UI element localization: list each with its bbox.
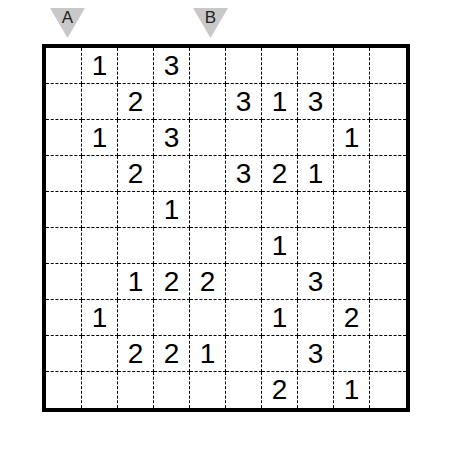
column-marker-a: A (50, 8, 85, 38)
cell-r4c7[interactable]: 2 (262, 156, 298, 192)
cell-r6c9[interactable] (334, 228, 370, 264)
cell-r2c4[interactable] (154, 84, 190, 120)
cell-r7c6[interactable] (226, 264, 262, 300)
cell-r9c6[interactable] (226, 336, 262, 372)
cell-r4c1[interactable] (46, 156, 82, 192)
cell-r10c8[interactable] (298, 372, 334, 408)
cell-r8c4[interactable] (154, 300, 190, 336)
cell-r5c4[interactable]: 1 (154, 192, 190, 228)
cell-r7c7[interactable] (262, 264, 298, 300)
cell-r5c1[interactable] (46, 192, 82, 228)
cell-r4c10[interactable] (370, 156, 406, 192)
cell-r9c3[interactable]: 2 (118, 336, 154, 372)
cell-r3c6[interactable] (226, 120, 262, 156)
cell-r4c5[interactable] (190, 156, 226, 192)
cell-r6c2[interactable] (82, 228, 118, 264)
cell-r10c1[interactable] (46, 372, 82, 408)
cell-r9c5[interactable]: 1 (190, 336, 226, 372)
cell-r6c5[interactable] (190, 228, 226, 264)
puzzle-grid: 1323131312321111223112221321 (42, 44, 410, 412)
cell-r2c10[interactable] (370, 84, 406, 120)
cell-r5c8[interactable] (298, 192, 334, 228)
cell-r10c2[interactable] (82, 372, 118, 408)
cell-r9c1[interactable] (46, 336, 82, 372)
cell-r6c7[interactable]: 1 (262, 228, 298, 264)
cell-r9c4[interactable]: 2 (154, 336, 190, 372)
cell-r6c1[interactable] (46, 228, 82, 264)
cell-r9c8[interactable]: 3 (298, 336, 334, 372)
cell-r1c2[interactable]: 1 (82, 48, 118, 84)
cell-r7c2[interactable] (82, 264, 118, 300)
cell-r1c3[interactable] (118, 48, 154, 84)
cell-r4c4[interactable] (154, 156, 190, 192)
cell-r10c10[interactable] (370, 372, 406, 408)
cell-r8c6[interactable] (226, 300, 262, 336)
cell-r6c6[interactable] (226, 228, 262, 264)
cell-r7c9[interactable] (334, 264, 370, 300)
cell-r3c4[interactable]: 3 (154, 120, 190, 156)
cell-r9c7[interactable] (262, 336, 298, 372)
cell-r3c8[interactable] (298, 120, 334, 156)
cell-r2c5[interactable] (190, 84, 226, 120)
puzzle-stage: A B 1323131312321111223112221321 (0, 0, 456, 452)
cell-r1c5[interactable] (190, 48, 226, 84)
cell-r1c6[interactable] (226, 48, 262, 84)
cell-r4c3[interactable]: 2 (118, 156, 154, 192)
cell-r6c4[interactable] (154, 228, 190, 264)
cell-r1c7[interactable] (262, 48, 298, 84)
cell-r2c7[interactable]: 1 (262, 84, 298, 120)
cell-r5c5[interactable] (190, 192, 226, 228)
cell-r7c8[interactable]: 3 (298, 264, 334, 300)
cell-r4c6[interactable]: 3 (226, 156, 262, 192)
cell-r2c3[interactable]: 2 (118, 84, 154, 120)
cell-r4c2[interactable] (82, 156, 118, 192)
cell-r8c5[interactable] (190, 300, 226, 336)
cell-r2c8[interactable]: 3 (298, 84, 334, 120)
cell-r2c2[interactable] (82, 84, 118, 120)
cell-r2c6[interactable]: 3 (226, 84, 262, 120)
cell-r10c7[interactable]: 2 (262, 372, 298, 408)
cell-r8c8[interactable] (298, 300, 334, 336)
cell-r10c9[interactable]: 1 (334, 372, 370, 408)
cell-r9c10[interactable] (370, 336, 406, 372)
cell-r10c5[interactable] (190, 372, 226, 408)
cell-r3c10[interactable] (370, 120, 406, 156)
cell-r7c3[interactable]: 1 (118, 264, 154, 300)
cell-r10c4[interactable] (154, 372, 190, 408)
cell-r1c9[interactable] (334, 48, 370, 84)
cell-r9c9[interactable] (334, 336, 370, 372)
cell-r6c3[interactable] (118, 228, 154, 264)
cell-r5c7[interactable] (262, 192, 298, 228)
cell-r8c3[interactable] (118, 300, 154, 336)
cell-r8c7[interactable]: 1 (262, 300, 298, 336)
cell-r5c3[interactable] (118, 192, 154, 228)
cell-r1c8[interactable] (298, 48, 334, 84)
cell-r5c2[interactable] (82, 192, 118, 228)
cell-r5c6[interactable] (226, 192, 262, 228)
cell-r7c5[interactable]: 2 (190, 264, 226, 300)
cell-r6c10[interactable] (370, 228, 406, 264)
marker-b-label: B (205, 8, 216, 28)
cell-r3c2[interactable]: 1 (82, 120, 118, 156)
column-marker-b: B (193, 8, 228, 38)
cell-r3c1[interactable] (46, 120, 82, 156)
cell-r4c8[interactable]: 1 (298, 156, 334, 192)
cell-r4c9[interactable] (334, 156, 370, 192)
cell-r2c9[interactable] (334, 84, 370, 120)
cell-r3c3[interactable] (118, 120, 154, 156)
cell-r1c1[interactable] (46, 48, 82, 84)
cell-r7c1[interactable] (46, 264, 82, 300)
cell-r2c1[interactable] (46, 84, 82, 120)
cell-r7c10[interactable] (370, 264, 406, 300)
cell-r1c10[interactable] (370, 48, 406, 84)
cell-r9c2[interactable] (82, 336, 118, 372)
cell-r10c6[interactable] (226, 372, 262, 408)
cell-r8c10[interactable] (370, 300, 406, 336)
marker-a-label: A (62, 8, 73, 28)
cell-r7c4[interactable]: 2 (154, 264, 190, 300)
cell-r3c9[interactable]: 1 (334, 120, 370, 156)
cell-r5c10[interactable] (370, 192, 406, 228)
cell-r3c7[interactable] (262, 120, 298, 156)
cell-r8c2[interactable]: 1 (82, 300, 118, 336)
cell-r5c9[interactable] (334, 192, 370, 228)
cell-r10c3[interactable] (118, 372, 154, 408)
cell-r1c4[interactable]: 3 (154, 48, 190, 84)
cell-r6c8[interactable] (298, 228, 334, 264)
cell-r8c9[interactable]: 2 (334, 300, 370, 336)
cell-r8c1[interactable] (46, 300, 82, 336)
cell-r3c5[interactable] (190, 120, 226, 156)
